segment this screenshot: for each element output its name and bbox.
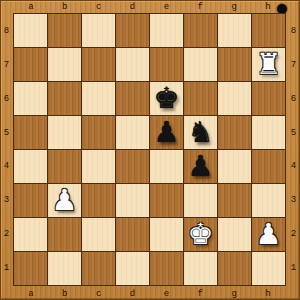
rank-label-8: 8: [0, 14, 13, 48]
file-label-g: g: [217, 0, 251, 13]
square-h2[interactable]: ♟: [252, 218, 285, 251]
file-labels-bottom: abcdefgh: [14, 287, 285, 300]
square-h4[interactable]: [252, 150, 285, 183]
rank-label-6: 6: [0, 82, 13, 116]
square-f8[interactable]: [184, 14, 217, 47]
rank-label-3: 3: [287, 183, 300, 217]
file-label-h: h: [251, 0, 285, 13]
square-e2[interactable]: [150, 218, 183, 251]
black-knight-f5[interactable]: ♞: [188, 118, 214, 147]
square-a5[interactable]: [14, 116, 47, 149]
square-c4[interactable]: [82, 150, 115, 183]
square-c5[interactable]: [82, 116, 115, 149]
file-label-c: c: [82, 0, 116, 13]
square-c8[interactable]: [82, 14, 115, 47]
square-a8[interactable]: [14, 14, 47, 47]
square-a4[interactable]: [14, 150, 47, 183]
square-b6[interactable]: [48, 82, 81, 115]
square-h7[interactable]: ♜: [252, 48, 285, 81]
file-label-a: a: [14, 287, 48, 300]
square-g6[interactable]: [218, 82, 251, 115]
square-d1[interactable]: [116, 252, 149, 285]
square-e1[interactable]: [150, 252, 183, 285]
black-king-e6[interactable]: ♚: [154, 84, 180, 113]
square-a7[interactable]: [14, 48, 47, 81]
square-h5[interactable]: [252, 116, 285, 149]
square-c7[interactable]: [82, 48, 115, 81]
file-label-d: d: [116, 287, 150, 300]
file-label-b: b: [48, 287, 82, 300]
square-b4[interactable]: [48, 150, 81, 183]
square-e5[interactable]: ♟: [150, 116, 183, 149]
square-b7[interactable]: [48, 48, 81, 81]
rank-label-6: 6: [287, 82, 300, 116]
square-g4[interactable]: [218, 150, 251, 183]
rank-labels-right: 87654321: [287, 14, 300, 285]
square-a6[interactable]: [14, 82, 47, 115]
square-d6[interactable]: [116, 82, 149, 115]
file-label-e: e: [150, 0, 184, 13]
square-f4[interactable]: ♟: [184, 150, 217, 183]
rank-label-1: 1: [287, 251, 300, 285]
square-e7[interactable]: [150, 48, 183, 81]
square-d3[interactable]: [116, 184, 149, 217]
square-b1[interactable]: [48, 252, 81, 285]
square-f6[interactable]: [184, 82, 217, 115]
square-c2[interactable]: [82, 218, 115, 251]
square-f2[interactable]: ♚: [184, 218, 217, 251]
square-e6[interactable]: ♚: [150, 82, 183, 115]
file-label-d: d: [116, 0, 150, 13]
rank-label-4: 4: [287, 150, 300, 184]
square-g8[interactable]: [218, 14, 251, 47]
rank-label-7: 7: [0, 48, 13, 82]
rank-label-1: 1: [0, 251, 13, 285]
square-d8[interactable]: [116, 14, 149, 47]
file-label-f: f: [183, 287, 217, 300]
white-pawn-h2[interactable]: ♟: [256, 220, 282, 249]
square-a1[interactable]: [14, 252, 47, 285]
file-label-g: g: [217, 287, 251, 300]
square-d5[interactable]: [116, 116, 149, 149]
square-e4[interactable]: [150, 150, 183, 183]
rank-label-2: 2: [287, 217, 300, 251]
square-g7[interactable]: [218, 48, 251, 81]
rank-label-7: 7: [287, 48, 300, 82]
rank-label-5: 5: [0, 116, 13, 150]
square-g3[interactable]: [218, 184, 251, 217]
white-pawn-b3[interactable]: ♟: [52, 186, 78, 215]
square-b5[interactable]: [48, 116, 81, 149]
square-c3[interactable]: [82, 184, 115, 217]
chess-board[interactable]: ♜♚♟♞♟♟♚♟: [13, 13, 286, 286]
square-d2[interactable]: [116, 218, 149, 251]
black-pawn-e5[interactable]: ♟: [154, 118, 180, 147]
square-f7[interactable]: [184, 48, 217, 81]
rank-label-8: 8: [287, 14, 300, 48]
white-king-f2[interactable]: ♚: [188, 220, 214, 249]
square-b2[interactable]: [48, 218, 81, 251]
square-c6[interactable]: [82, 82, 115, 115]
file-label-e: e: [150, 287, 184, 300]
square-g1[interactable]: [218, 252, 251, 285]
square-g2[interactable]: [218, 218, 251, 251]
rank-label-3: 3: [0, 183, 13, 217]
square-a3[interactable]: [14, 184, 47, 217]
file-label-b: b: [48, 0, 82, 13]
rank-label-5: 5: [287, 116, 300, 150]
square-f3[interactable]: [184, 184, 217, 217]
square-h1[interactable]: [252, 252, 285, 285]
square-d7[interactable]: [116, 48, 149, 81]
square-e3[interactable]: [150, 184, 183, 217]
file-label-c: c: [82, 287, 116, 300]
rank-labels-left: 87654321: [0, 14, 13, 285]
square-h6[interactable]: [252, 82, 285, 115]
rank-label-2: 2: [0, 217, 13, 251]
square-f5[interactable]: ♞: [184, 116, 217, 149]
square-c1[interactable]: [82, 252, 115, 285]
white-rook-h7[interactable]: ♜: [256, 50, 282, 79]
square-b8[interactable]: [48, 14, 81, 47]
square-h3[interactable]: [252, 184, 285, 217]
square-f1[interactable]: [184, 252, 217, 285]
file-label-a: a: [14, 0, 48, 13]
file-label-f: f: [183, 0, 217, 13]
square-b3[interactable]: ♟: [48, 184, 81, 217]
chess-board-frame: abcdefgh abcdefgh 87654321 87654321 ♜♚♟♞…: [0, 0, 300, 300]
square-a2[interactable]: [14, 218, 47, 251]
file-label-h: h: [251, 287, 285, 300]
rank-label-4: 4: [0, 150, 13, 184]
square-h8[interactable]: [252, 14, 285, 47]
square-g5[interactable]: [218, 116, 251, 149]
square-d4[interactable]: [116, 150, 149, 183]
square-e8[interactable]: [150, 14, 183, 47]
black-pawn-f4[interactable]: ♟: [188, 152, 214, 181]
file-labels-top: abcdefgh: [14, 0, 285, 13]
